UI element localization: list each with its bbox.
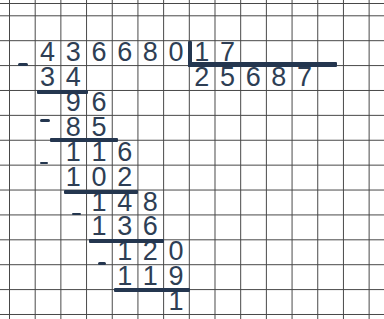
partial-116-digit: 6 (112, 140, 138, 165)
quotient-digit: 6 (240, 65, 266, 90)
minus-step-1 (18, 63, 28, 66)
underline-136 (89, 239, 164, 244)
underline-119 (114, 288, 190, 293)
minus-step-3 (40, 162, 48, 165)
partial-116-digit: 1 (60, 140, 86, 165)
minus-step-2 (40, 119, 50, 122)
subtrahend-102-digit: 2 (112, 165, 138, 190)
underline-102 (64, 190, 138, 195)
subtrahend-119-digit: 1 (138, 264, 164, 289)
subtrahend-102-digit: 0 (86, 165, 112, 190)
long-division-grid: 43668017256873496851161021481361201191 (0, 0, 384, 319)
dividend-digit: 0 (163, 40, 189, 65)
remainder-digit: 1 (163, 289, 189, 314)
dividend-digit: 6 (86, 40, 112, 65)
minus-step-5 (98, 262, 106, 265)
quotient-digit: 8 (266, 65, 292, 90)
underline-85 (50, 138, 118, 143)
dividend-digit: 8 (138, 40, 164, 65)
underline-34 (37, 90, 88, 95)
dividend-digit: 6 (112, 40, 138, 65)
quotient-digit: 5 (215, 65, 241, 90)
subtrahend-119-digit: 1 (112, 264, 138, 289)
subtrahend-34-digit: 3 (35, 65, 61, 90)
grid-partial-top-line (0, 3, 384, 4)
subtrahend-102-digit: 1 (60, 165, 86, 190)
partial-116-digit: 1 (86, 140, 112, 165)
quotient-digit: 7 (292, 65, 318, 90)
quotient-underline-bar (188, 62, 337, 67)
subtrahend-136-digit: 1 (86, 215, 112, 240)
quotient-digit: 2 (189, 65, 215, 90)
minus-step-4 (72, 213, 81, 216)
